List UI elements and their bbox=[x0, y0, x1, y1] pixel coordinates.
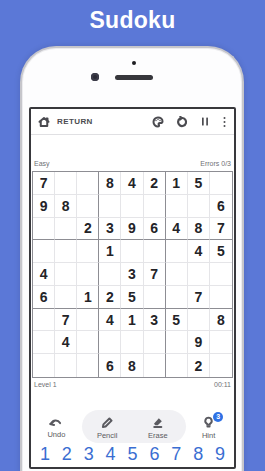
cell-r6c8[interactable]: 7 bbox=[188, 286, 210, 309]
cell-r2c1[interactable]: 9 bbox=[33, 195, 55, 218]
pencil-button[interactable]: Pencil bbox=[82, 409, 133, 447]
cell-r7c6[interactable]: 3 bbox=[144, 309, 166, 332]
app-header: RETURN bbox=[31, 109, 234, 135]
undo-icon bbox=[49, 417, 63, 428]
cell-r8c8[interactable]: 9 bbox=[188, 331, 210, 354]
cell-r5c5[interactable]: 3 bbox=[121, 263, 143, 286]
timer: 00:11 bbox=[214, 381, 231, 388]
cell-r9c1[interactable] bbox=[33, 354, 55, 377]
cell-r3c4[interactable]: 3 bbox=[99, 218, 121, 241]
status-row-bottom: Level 1 00:11 bbox=[34, 381, 231, 388]
cell-r6c3[interactable]: 1 bbox=[77, 286, 99, 309]
cell-r1c1[interactable]: 7 bbox=[33, 172, 55, 195]
cell-r4c2[interactable] bbox=[55, 240, 77, 263]
cell-r4c3[interactable] bbox=[77, 240, 99, 263]
cell-r3c9[interactable]: 7 bbox=[210, 218, 232, 241]
cell-r6c4[interactable]: 2 bbox=[99, 286, 121, 309]
cell-r7c8[interactable] bbox=[188, 309, 210, 332]
cell-r9c3[interactable] bbox=[77, 354, 99, 377]
cell-r1c6[interactable]: 2 bbox=[144, 172, 166, 195]
undo-button[interactable]: Undo bbox=[31, 409, 82, 447]
cell-r7c1[interactable] bbox=[33, 309, 55, 332]
cell-r4c5[interactable] bbox=[121, 240, 143, 263]
menu-icon[interactable] bbox=[222, 116, 227, 128]
cell-r3c1[interactable] bbox=[33, 218, 55, 241]
cell-r6c2[interactable] bbox=[55, 286, 77, 309]
proximity-sensor-dot bbox=[132, 61, 136, 65]
status-row-top: Easy Errors 0/3 bbox=[34, 160, 231, 167]
cell-r5c2[interactable] bbox=[55, 263, 77, 286]
toolbar: Undo Pencil Erase bbox=[31, 409, 234, 447]
cell-r2c4[interactable] bbox=[99, 195, 121, 218]
cell-r6c5[interactable]: 5 bbox=[121, 286, 143, 309]
cell-r1c7[interactable]: 1 bbox=[166, 172, 188, 195]
cell-r1c3[interactable] bbox=[77, 172, 99, 195]
cell-r2c7[interactable] bbox=[166, 195, 188, 218]
cell-r7c7[interactable]: 5 bbox=[166, 309, 188, 332]
cell-r2c3[interactable] bbox=[77, 195, 99, 218]
eraser-icon bbox=[151, 416, 164, 429]
cell-r2c9[interactable]: 6 bbox=[210, 195, 232, 218]
hint-count-badge: 3 bbox=[213, 412, 223, 422]
cell-r9c4[interactable]: 6 bbox=[99, 354, 121, 377]
cell-r7c5[interactable]: 1 bbox=[121, 309, 143, 332]
cell-r6c9[interactable] bbox=[210, 286, 232, 309]
home-icon[interactable] bbox=[38, 116, 50, 128]
cell-r8c2[interactable]: 4 bbox=[55, 331, 77, 354]
erase-label: Erase bbox=[148, 431, 168, 440]
cell-r3c7[interactable]: 4 bbox=[166, 218, 188, 241]
palette-icon[interactable] bbox=[152, 116, 164, 128]
cell-r9c6[interactable] bbox=[144, 354, 166, 377]
pencil-label: Pencil bbox=[97, 431, 117, 440]
cell-r8c6[interactable] bbox=[144, 331, 166, 354]
cell-r7c3[interactable] bbox=[77, 309, 99, 332]
cell-r2c2[interactable]: 8 bbox=[55, 195, 77, 218]
hint-button[interactable]: 3 Hint bbox=[183, 409, 234, 447]
app-screen: RETURN bbox=[29, 107, 236, 469]
erase-button[interactable]: Erase bbox=[133, 409, 184, 447]
cell-r2c6[interactable] bbox=[144, 195, 166, 218]
cell-r8c4[interactable] bbox=[99, 331, 121, 354]
restart-icon[interactable] bbox=[176, 116, 188, 128]
pause-icon[interactable] bbox=[200, 116, 210, 127]
cell-r5c4[interactable] bbox=[99, 263, 121, 286]
cell-r4c7[interactable] bbox=[166, 240, 188, 263]
earpiece-speaker bbox=[115, 75, 153, 80]
errors-counter: Errors 0/3 bbox=[200, 160, 231, 167]
cell-r1c5[interactable]: 4 bbox=[121, 172, 143, 195]
cell-r3c8[interactable]: 8 bbox=[188, 218, 210, 241]
cell-r9c5[interactable]: 8 bbox=[121, 354, 143, 377]
cell-r9c7[interactable] bbox=[166, 354, 188, 377]
cell-r8c9[interactable] bbox=[210, 331, 232, 354]
cell-r5c8[interactable] bbox=[188, 263, 210, 286]
cell-r5c3[interactable] bbox=[77, 263, 99, 286]
cell-r6c1[interactable]: 6 bbox=[33, 286, 55, 309]
phone-mockup: RETURN bbox=[20, 46, 244, 471]
cell-r6c6[interactable] bbox=[144, 286, 166, 309]
cell-r9c8[interactable]: 2 bbox=[188, 354, 210, 377]
hint-label: Hint bbox=[202, 431, 215, 440]
front-camera bbox=[91, 73, 99, 81]
cell-r9c9[interactable] bbox=[210, 354, 232, 377]
cell-r8c5[interactable] bbox=[121, 331, 143, 354]
cell-r2c8[interactable] bbox=[188, 195, 210, 218]
undo-label: Undo bbox=[47, 430, 65, 439]
cell-r9c2[interactable] bbox=[55, 354, 77, 377]
cell-r4c4[interactable]: 1 bbox=[99, 240, 121, 263]
cell-r4c8[interactable]: 4 bbox=[188, 240, 210, 263]
cell-r1c9[interactable] bbox=[210, 172, 232, 195]
cell-r7c2[interactable]: 7 bbox=[55, 309, 77, 332]
cell-r1c2[interactable] bbox=[55, 172, 77, 195]
cell-r3c5[interactable]: 9 bbox=[121, 218, 143, 241]
cell-r1c4[interactable]: 8 bbox=[99, 172, 121, 195]
cell-r4c9[interactable]: 5 bbox=[210, 240, 232, 263]
cell-r3c2[interactable] bbox=[55, 218, 77, 241]
cell-r7c9[interactable]: 8 bbox=[210, 309, 232, 332]
pencil-icon bbox=[101, 416, 114, 429]
cell-r8c7[interactable] bbox=[166, 331, 188, 354]
cell-r1c8[interactable]: 5 bbox=[188, 172, 210, 195]
cell-r4c1[interactable] bbox=[33, 240, 55, 263]
difficulty-label: Easy bbox=[34, 160, 50, 167]
cell-r2c5[interactable] bbox=[121, 195, 143, 218]
cell-r3c6[interactable]: 6 bbox=[144, 218, 166, 241]
cell-r6c7[interactable] bbox=[166, 286, 188, 309]
level-label: Level 1 bbox=[34, 381, 57, 388]
return-button[interactable]: RETURN bbox=[57, 117, 93, 126]
page-title: Sudoku bbox=[0, 7, 265, 34]
cell-r5c6[interactable]: 7 bbox=[144, 263, 166, 286]
cell-r8c3[interactable] bbox=[77, 331, 99, 354]
cell-r4c6[interactable] bbox=[144, 240, 166, 263]
cell-r3c3[interactable]: 2 bbox=[77, 218, 99, 241]
cell-r5c1[interactable]: 4 bbox=[33, 263, 55, 286]
cell-r5c9[interactable] bbox=[210, 263, 232, 286]
cell-r7c4[interactable]: 4 bbox=[99, 309, 121, 332]
cell-r8c1[interactable] bbox=[33, 331, 55, 354]
sudoku-board: 78421598623964871454376125774135849682 bbox=[32, 171, 233, 378]
cell-r5c7[interactable] bbox=[166, 263, 188, 286]
